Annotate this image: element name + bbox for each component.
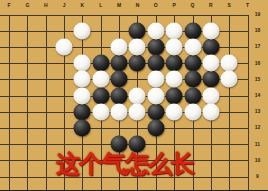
white-stone-O14[interactable] xyxy=(147,87,164,104)
white-stone-R18[interactable] xyxy=(202,22,219,39)
col-label-L: L xyxy=(99,1,102,9)
grid-line-col-T xyxy=(248,15,249,191)
black-stone-Q14[interactable] xyxy=(184,87,201,104)
white-stone-Q17[interactable] xyxy=(184,38,201,55)
black-stone-P14[interactable] xyxy=(166,87,183,104)
black-stone-Q16[interactable] xyxy=(184,55,201,72)
white-stone-R13[interactable] xyxy=(202,103,219,120)
white-stone-K15[interactable] xyxy=(74,71,91,88)
white-stone-K16[interactable] xyxy=(74,55,91,72)
grid-line-col-H xyxy=(46,15,47,191)
white-stone-P15[interactable] xyxy=(166,71,183,88)
white-stone-L15[interactable] xyxy=(92,71,109,88)
black-stone-Q18[interactable] xyxy=(184,22,201,39)
grid-line-col-S xyxy=(229,15,230,191)
white-stone-S16[interactable] xyxy=(221,55,238,72)
white-stone-N17[interactable] xyxy=(129,38,146,55)
black-stone-O12[interactable] xyxy=(147,119,164,136)
white-stone-O15[interactable] xyxy=(147,71,164,88)
row-label-19: 19 xyxy=(250,11,265,18)
col-label-G: G xyxy=(25,1,29,9)
black-stone-P16[interactable] xyxy=(166,55,183,72)
col-label-T: T xyxy=(246,1,249,9)
grid-line-row-19 xyxy=(0,15,248,16)
col-label-Q: Q xyxy=(191,1,195,9)
white-stone-N13[interactable] xyxy=(129,103,146,120)
white-stone-R14[interactable] xyxy=(202,87,219,104)
black-stone-L14[interactable] xyxy=(92,87,109,104)
col-label-N: N xyxy=(136,1,140,9)
go-board-screenshot: FGHJKLMNOPQRST191817161514131211109 这个气怎… xyxy=(0,0,268,190)
black-stone-M16[interactable] xyxy=(111,55,128,72)
white-stone-N14[interactable] xyxy=(129,87,146,104)
black-stone-R15[interactable] xyxy=(202,71,219,88)
black-stone-R17[interactable] xyxy=(202,38,219,55)
row-label-11: 11 xyxy=(250,141,265,148)
white-stone-Q13[interactable] xyxy=(184,103,201,120)
black-stone-O17[interactable] xyxy=(147,38,164,55)
black-stone-M15[interactable] xyxy=(111,71,128,88)
black-stone-O16[interactable] xyxy=(147,55,164,72)
caption-text: 这个气怎么长 xyxy=(56,148,194,180)
row-label-17: 17 xyxy=(250,43,265,50)
col-label-M: M xyxy=(117,1,121,9)
white-stone-P17[interactable] xyxy=(166,38,183,55)
white-stone-L13[interactable] xyxy=(92,103,109,120)
grid-line-row-12 xyxy=(0,128,248,129)
col-label-K: K xyxy=(81,1,85,9)
black-stone-L16[interactable] xyxy=(92,55,109,72)
row-label-14: 14 xyxy=(250,92,265,99)
black-stone-O13[interactable] xyxy=(147,103,164,120)
white-stone-K18[interactable] xyxy=(74,22,91,39)
white-stone-J17[interactable] xyxy=(56,38,73,55)
row-label-13: 13 xyxy=(250,108,265,115)
col-label-P: P xyxy=(172,1,175,9)
grid-line-col-G xyxy=(27,15,28,191)
row-label-12: 12 xyxy=(250,124,265,131)
black-stone-M14[interactable] xyxy=(111,87,128,104)
black-stone-Q15[interactable] xyxy=(184,71,201,88)
black-stone-K13[interactable] xyxy=(74,103,91,120)
black-stone-N16[interactable] xyxy=(129,55,146,72)
col-label-R: R xyxy=(209,1,213,9)
grid-line-col-F xyxy=(9,15,10,191)
black-stone-K12[interactable] xyxy=(74,119,91,136)
white-stone-P13[interactable] xyxy=(166,103,183,120)
white-stone-P18[interactable] xyxy=(166,22,183,39)
white-stone-M13[interactable] xyxy=(111,103,128,120)
col-label-F: F xyxy=(7,1,10,9)
col-label-S: S xyxy=(228,1,231,9)
col-label-H: H xyxy=(44,1,48,9)
white-stone-R16[interactable] xyxy=(202,55,219,72)
row-label-18: 18 xyxy=(250,27,265,34)
col-label-O: O xyxy=(154,1,158,9)
white-stone-O18[interactable] xyxy=(147,22,164,39)
row-label-16: 16 xyxy=(250,60,265,67)
black-stone-N18[interactable] xyxy=(129,22,146,39)
white-stone-S15[interactable] xyxy=(221,71,238,88)
white-stone-K14[interactable] xyxy=(74,87,91,104)
white-stone-M17[interactable] xyxy=(111,38,128,55)
row-label-10: 10 xyxy=(250,157,265,164)
row-label-9: 9 xyxy=(250,173,265,180)
row-label-15: 15 xyxy=(250,76,265,83)
col-label-J: J xyxy=(63,1,66,9)
